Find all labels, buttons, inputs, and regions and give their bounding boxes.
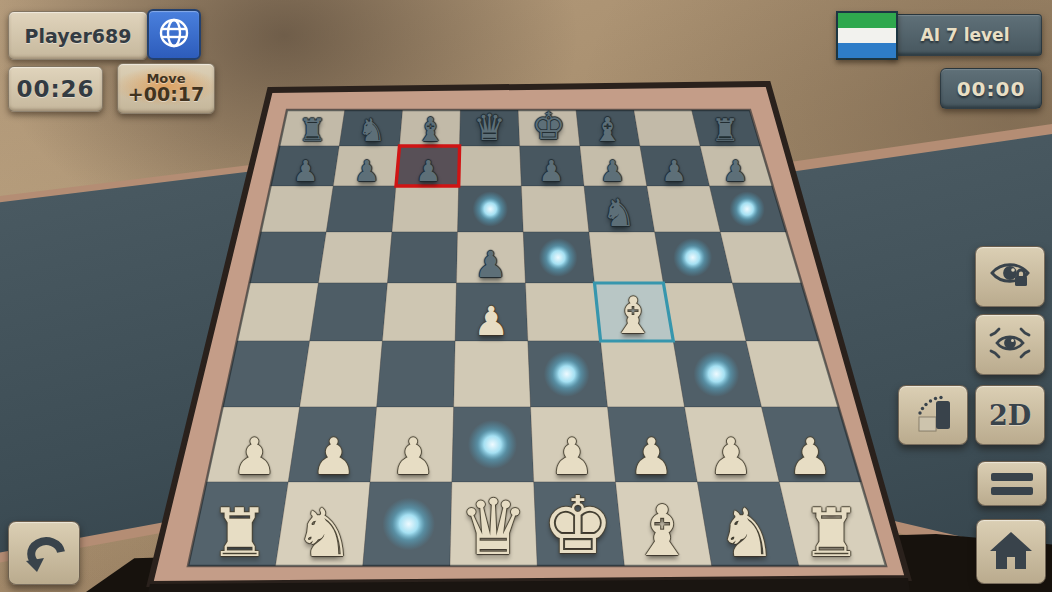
- square-f5[interactable]: [589, 232, 663, 283]
- square-b6[interactable]: [326, 186, 396, 232]
- piece-black-pawn-h7[interactable]: ♟: [723, 157, 749, 186]
- piece-white-bishop-f1[interactable]: ♝: [631, 496, 694, 566]
- undo-curved-arrow-icon: [20, 530, 68, 577]
- piece-slide-dotted-arc-icon: [910, 393, 956, 438]
- square-b5[interactable]: [319, 232, 393, 283]
- piece-black-pawn-c7[interactable]: ♟: [416, 157, 442, 186]
- piece-white-pawn-c2[interactable]: ♟: [391, 432, 436, 482]
- square-c5[interactable]: [388, 232, 458, 283]
- piece-white-pawn-b2[interactable]: ♟: [311, 432, 356, 482]
- home-button[interactable]: [976, 519, 1046, 584]
- home-icon: [988, 528, 1034, 575]
- view-focus-button[interactable]: [975, 314, 1045, 375]
- ai-player-name: AI 7 level: [921, 25, 1010, 45]
- piece-black-bishop-c8[interactable]: ♝: [416, 113, 446, 146]
- eye-with-brackets-icon: [987, 325, 1033, 364]
- legal-move-dot-g5[interactable]: [673, 238, 712, 277]
- move-animation-button[interactable]: [898, 385, 968, 445]
- square-c6[interactable]: [392, 186, 459, 232]
- toggle-2d-button[interactable]: 2D: [975, 385, 1045, 445]
- legal-move-dot-g3[interactable]: [694, 351, 740, 397]
- square-d7[interactable]: [459, 146, 522, 186]
- white-clock: 00:26: [8, 66, 103, 112]
- square-c4[interactable]: [382, 283, 456, 341]
- piece-white-pawn-h2[interactable]: ♟: [788, 432, 833, 482]
- piece-white-queen-d1[interactable]: ♛: [459, 489, 528, 566]
- square-g6[interactable]: [647, 186, 721, 232]
- square-e6[interactable]: [521, 186, 589, 232]
- piece-white-knight-b1[interactable]: ♞: [294, 500, 354, 567]
- square-g4[interactable]: [663, 283, 746, 341]
- piece-white-pawn-f2[interactable]: ♟: [629, 432, 674, 482]
- legal-move-dot-d2[interactable]: [468, 420, 517, 469]
- square-a6[interactable]: [261, 186, 334, 232]
- white-player-name-plate: Player689: [8, 11, 148, 60]
- undo-button[interactable]: [8, 521, 80, 585]
- white-player-name: Player689: [25, 25, 132, 47]
- piece-black-king-e8[interactable]: ♚: [532, 108, 566, 146]
- 2d-button-label: 2D: [989, 400, 1031, 431]
- piece-white-rook-h1[interactable]: ♜: [802, 500, 862, 567]
- piece-white-knight-g1[interactable]: ♞: [717, 500, 777, 567]
- flag-stripe-green: [838, 13, 896, 28]
- square-d3[interactable]: [454, 341, 531, 407]
- ai-player-name-plate: AI 7 level: [888, 14, 1042, 56]
- move-timer-value: +00:17: [128, 85, 204, 105]
- language-globe-button[interactable]: [147, 9, 201, 60]
- square-a5[interactable]: [250, 232, 327, 283]
- piece-white-pawn-d4[interactable]: ♟: [473, 301, 509, 341]
- legal-move-dot-e5[interactable]: [539, 238, 578, 277]
- piece-black-pawn-f7[interactable]: ♟: [600, 157, 626, 186]
- piece-black-pawn-b7[interactable]: ♟: [354, 157, 380, 186]
- globe-icon: [156, 15, 192, 54]
- square-b3[interactable]: [300, 341, 383, 407]
- flag-stripe-blue: [838, 43, 896, 58]
- square-g8[interactable]: [634, 110, 700, 146]
- piece-black-pawn-g7[interactable]: ♟: [661, 157, 687, 186]
- piece-white-pawn-a2[interactable]: ♟: [232, 432, 277, 482]
- hamburger-icon: [991, 473, 1033, 481]
- square-a4[interactable]: [237, 283, 319, 341]
- legal-move-dot-h6[interactable]: [729, 191, 764, 226]
- piece-black-knight-f6[interactable]: ♞: [602, 194, 636, 232]
- square-f3[interactable]: [601, 341, 685, 407]
- piece-black-pawn-e7[interactable]: ♟: [538, 157, 564, 186]
- square-c3[interactable]: [377, 341, 456, 407]
- flag-stripe-white: [838, 28, 896, 43]
- sierra-leone-flag: [836, 11, 898, 60]
- piece-white-bishop-f4[interactable]: ♝: [611, 291, 656, 341]
- view-lock-button[interactable]: [975, 246, 1045, 307]
- black-clock: 00:00: [940, 68, 1042, 109]
- square-b4[interactable]: [310, 283, 388, 341]
- piece-white-rook-a1[interactable]: ♜: [210, 500, 270, 567]
- piece-black-pawn-d5[interactable]: ♟: [475, 247, 507, 283]
- legal-move-dot-c1[interactable]: [382, 498, 435, 551]
- eye-with-padlock-icon: [988, 258, 1032, 295]
- legal-move-dot-d6[interactable]: [473, 191, 508, 226]
- piece-black-rook-a8[interactable]: ♜: [299, 115, 327, 146]
- square-e4[interactable]: [526, 283, 601, 341]
- piece-black-knight-b8[interactable]: ♞: [357, 115, 385, 146]
- piece-black-rook-h8[interactable]: ♜: [711, 115, 739, 146]
- move-increment-timer: Move +00:17: [117, 63, 215, 114]
- piece-black-queen-d8[interactable]: ♛: [473, 110, 506, 146]
- menu-button[interactable]: [977, 461, 1047, 506]
- legal-move-dot-e3[interactable]: [544, 351, 590, 397]
- piece-black-bishop-f8[interactable]: ♝: [593, 113, 623, 146]
- piece-white-king-e1[interactable]: ♚: [542, 486, 614, 566]
- piece-white-pawn-e2[interactable]: ♟: [549, 432, 594, 482]
- piece-white-pawn-g2[interactable]: ♟: [708, 432, 753, 482]
- piece-black-pawn-a7[interactable]: ♟: [293, 157, 319, 186]
